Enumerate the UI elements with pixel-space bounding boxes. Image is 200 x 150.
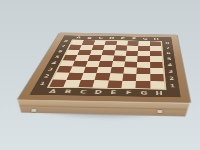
chess-board: ABCDEFGH ABCDEFGH 87654321 87654321	[18, 33, 191, 103]
squares	[49, 40, 164, 89]
file-label-e: E	[105, 89, 121, 97]
square-g1[interactable]	[136, 81, 150, 89]
file-label-g: G	[136, 89, 151, 97]
hinge-left-icon	[31, 109, 36, 112]
rank-label-right-1: 1	[166, 82, 180, 90]
board-perspective-wrapper: ABCDEFGH ABCDEFGH 87654321 87654321	[18, 0, 200, 103]
square-h1[interactable]	[150, 81, 164, 89]
square-e1[interactable]	[107, 80, 122, 88]
file-label-h: H	[151, 89, 167, 97]
scene-tilt: ABCDEFGH ABCDEFGH 87654321 87654321	[0, 0, 200, 150]
scene: ABCDEFGH ABCDEFGH 87654321 87654321	[0, 0, 200, 150]
square-f1[interactable]	[121, 81, 136, 89]
hinge-right-icon	[157, 110, 162, 113]
file-label-d: D	[90, 88, 107, 96]
file-label-f: F	[121, 89, 137, 97]
